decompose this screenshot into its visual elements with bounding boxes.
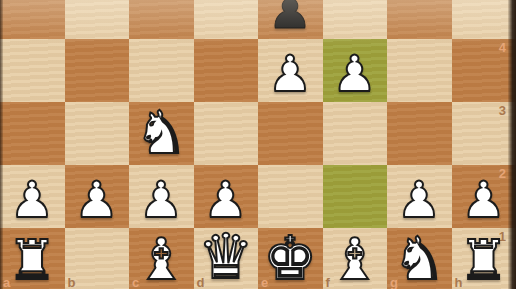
square-a4[interactable] — [0, 39, 65, 102]
square-b4[interactable] — [65, 39, 130, 102]
square-f5[interactable] — [323, 0, 388, 39]
square-a1[interactable]: a♜ — [0, 228, 65, 289]
black-pawn-e5[interactable]: ♟ — [268, 0, 313, 36]
square-a3[interactable] — [0, 102, 65, 165]
square-d1[interactable]: d♛ — [194, 228, 259, 289]
square-d4[interactable] — [194, 39, 259, 102]
white-bishop-c1[interactable]: ♝ — [136, 231, 187, 288]
white-pawn-g2[interactable]: ♟ — [397, 175, 442, 225]
square-d5[interactable] — [194, 0, 259, 39]
square-c1[interactable]: c♝ — [129, 228, 194, 289]
white-rook-a1[interactable]: ♜ — [8, 233, 57, 288]
square-h2[interactable]: 2♟ — [452, 165, 516, 228]
video-frame: ♟♟♟4♞3♟♟♟♟♟2♟a♜bc♝d♛e♚f♝g♞1h♜ — [0, 0, 516, 289]
white-pawn-h2[interactable]: ♟ — [461, 175, 506, 225]
white-pawn-d2[interactable]: ♟ — [203, 175, 248, 225]
square-a2[interactable]: ♟ — [0, 165, 65, 228]
white-knight-c3[interactable]: ♞ — [135, 103, 188, 162]
white-pawn-f4[interactable]: ♟ — [332, 49, 377, 99]
square-f3[interactable] — [323, 102, 388, 165]
square-c5[interactable] — [129, 0, 194, 39]
square-b1[interactable]: b — [65, 228, 130, 289]
square-a5[interactable] — [0, 0, 65, 39]
square-d3[interactable] — [194, 102, 259, 165]
square-g3[interactable] — [387, 102, 452, 165]
square-c2[interactable]: ♟ — [129, 165, 194, 228]
square-f1[interactable]: f♝ — [323, 228, 388, 289]
square-c3[interactable]: ♞ — [129, 102, 194, 165]
white-bishop-f1[interactable]: ♝ — [329, 231, 380, 288]
rank-label-4: 4 — [499, 40, 506, 55]
rank-label-3: 3 — [499, 103, 506, 118]
square-g5[interactable] — [387, 0, 452, 39]
white-knight-g1[interactable]: ♞ — [393, 229, 446, 288]
square-e5[interactable]: ♟ — [258, 0, 323, 39]
square-c4[interactable] — [129, 39, 194, 102]
square-f2[interactable] — [323, 165, 388, 228]
square-d2[interactable]: ♟ — [194, 165, 259, 228]
square-e3[interactable] — [258, 102, 323, 165]
square-e1[interactable]: e♚ — [258, 228, 323, 289]
square-h4[interactable]: 4 — [452, 39, 516, 102]
square-e4[interactable]: ♟ — [258, 39, 323, 102]
square-f4[interactable]: ♟ — [323, 39, 388, 102]
white-pawn-b2[interactable]: ♟ — [74, 175, 119, 225]
white-pawn-c2[interactable]: ♟ — [139, 175, 184, 225]
square-h3[interactable]: 3 — [452, 102, 516, 165]
square-b5[interactable] — [65, 0, 130, 39]
square-h1[interactable]: 1h♜ — [452, 228, 516, 289]
square-e2[interactable] — [258, 165, 323, 228]
white-rook-h1[interactable]: ♜ — [459, 233, 508, 288]
square-h5[interactable] — [452, 0, 516, 39]
white-king-e1[interactable]: ♚ — [263, 228, 317, 288]
square-g1[interactable]: g♞ — [387, 228, 452, 289]
chess-board: ♟♟♟4♞3♟♟♟♟♟2♟a♜bc♝d♛e♚f♝g♞1h♜ — [0, 0, 516, 289]
square-g2[interactable]: ♟ — [387, 165, 452, 228]
square-b2[interactable]: ♟ — [65, 165, 130, 228]
square-g4[interactable] — [387, 39, 452, 102]
white-queen-d1[interactable]: ♛ — [198, 226, 254, 288]
square-b3[interactable] — [65, 102, 130, 165]
white-pawn-a2[interactable]: ♟ — [10, 175, 55, 225]
file-label-b: b — [68, 276, 76, 289]
white-pawn-e4[interactable]: ♟ — [268, 49, 313, 99]
